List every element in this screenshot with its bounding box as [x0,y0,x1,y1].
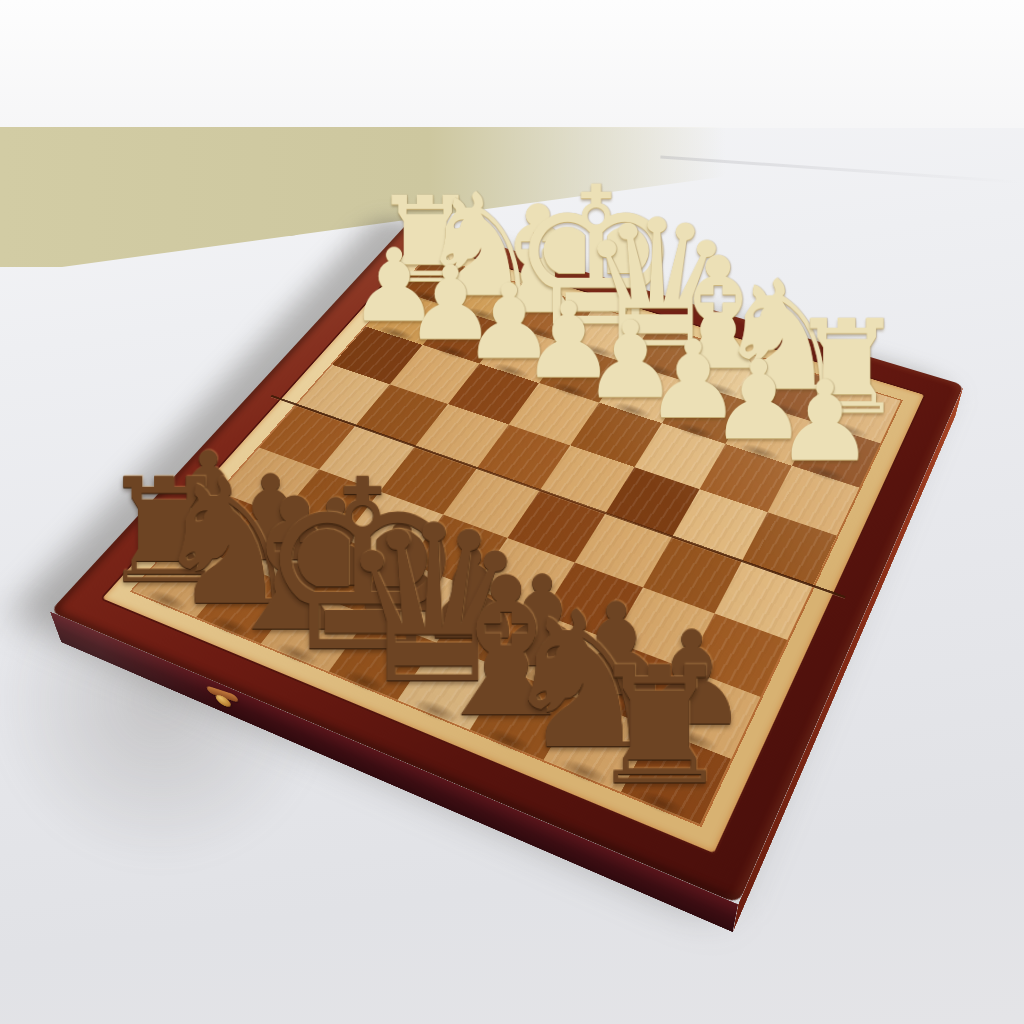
scene: ♜♞♝♚♛♝♞♜♟♟♟♟♟♟♟♟♟♟♟♟♟♟♟♟♜♞♝♚♛♝♞♜ [0,0,1024,1024]
chess-board: ♜♞♝♚♛♝♞♜♟♟♟♟♟♟♟♟♟♟♟♟♟♟♟♟♜♞♝♚♛♝♞♜ [50,220,964,904]
black-rook: ♜ [587,645,733,808]
white-pawn: ♟ [775,366,875,477]
